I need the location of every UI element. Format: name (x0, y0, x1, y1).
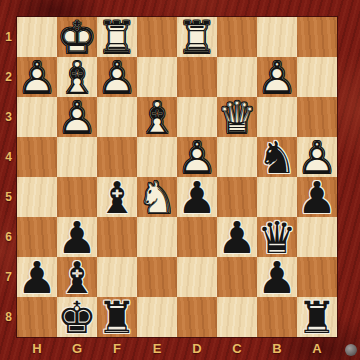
piece-fill: ♜ (97, 18, 137, 58)
square-f2[interactable]: ♟♙ (97, 57, 137, 97)
square-a1[interactable] (297, 17, 337, 57)
square-h4[interactable] (17, 137, 57, 177)
file-label-e: E (137, 337, 177, 360)
square-e1[interactable] (137, 17, 177, 57)
rank-label-6: 6 (0, 217, 17, 257)
board: ♚♔♜♖♜♖♟♙♝♗♟♙♟♙♟♙♝♗♛♕♟♙♞♟♙♝♞♘♟♟♟♟♛♟♝♟♚♜♜ (17, 17, 337, 337)
white-pawn-piece: ♟♙ (297, 138, 337, 178)
square-e7[interactable] (137, 257, 177, 297)
file-label-g: G (57, 337, 97, 360)
piece-outline: ♖ (177, 18, 217, 58)
square-b8[interactable] (257, 297, 297, 337)
white-pawn-piece: ♟♙ (57, 98, 97, 138)
square-g1[interactable]: ♚♔ (57, 17, 97, 57)
file-label-d: D (177, 337, 217, 360)
piece-fill: ♚ (57, 18, 97, 58)
piece-outline: ♖ (97, 18, 137, 58)
piece-fill: ♟ (97, 58, 137, 98)
piece-fill: ♝ (137, 98, 177, 138)
rank-label-5: 5 (0, 177, 17, 217)
piece-outline: ♙ (97, 58, 137, 98)
white-bishop-piece: ♝♗ (137, 98, 177, 138)
square-d2[interactable] (177, 57, 217, 97)
white-pawn-piece: ♟♙ (17, 58, 57, 98)
piece-fill: ♟ (257, 58, 297, 98)
black-knight-piece: ♞ (257, 138, 297, 178)
square-b4[interactable]: ♞ (257, 137, 297, 177)
square-f5[interactable]: ♝ (97, 177, 137, 217)
square-e5[interactable]: ♞♘ (137, 177, 177, 217)
square-c1[interactable] (217, 17, 257, 57)
square-g3[interactable]: ♟♙ (57, 97, 97, 137)
square-f6[interactable] (97, 217, 137, 257)
piece-fill: ♟ (297, 138, 337, 178)
square-d8[interactable] (177, 297, 217, 337)
black-pawn-piece: ♟ (217, 218, 257, 258)
piece-outline: ♙ (17, 58, 57, 98)
piece-fill: ♛ (217, 98, 257, 138)
square-a5[interactable]: ♟ (297, 177, 337, 217)
square-c7[interactable] (217, 257, 257, 297)
black-bishop-piece: ♝ (97, 178, 137, 218)
corner-dot-icon (345, 344, 357, 356)
white-bishop-piece: ♝♗ (57, 58, 97, 98)
piece-fill: ♞ (137, 178, 177, 218)
file-label-c: C (217, 337, 257, 360)
square-g6[interactable]: ♟ (57, 217, 97, 257)
square-b7[interactable]: ♟ (257, 257, 297, 297)
square-h3[interactable] (17, 97, 57, 137)
square-c4[interactable] (217, 137, 257, 177)
chess-board-frame: 12345678 ♚♔♜♖♜♖♟♙♝♗♟♙♟♙♟♙♝♗♛♕♟♙♞♟♙♝♞♘♟♟♟… (0, 0, 360, 360)
square-d3[interactable] (177, 97, 217, 137)
square-h6[interactable] (17, 217, 57, 257)
square-c6[interactable]: ♟ (217, 217, 257, 257)
black-king-piece: ♚ (57, 298, 97, 338)
rank-label-2: 2 (0, 57, 17, 97)
square-f7[interactable] (97, 257, 137, 297)
square-h7[interactable]: ♟ (17, 257, 57, 297)
square-f3[interactable] (97, 97, 137, 137)
square-a6[interactable] (297, 217, 337, 257)
square-e8[interactable] (137, 297, 177, 337)
square-e4[interactable] (137, 137, 177, 177)
black-bishop-piece: ♝ (57, 258, 97, 298)
square-b6[interactable]: ♛ (257, 217, 297, 257)
square-c2[interactable] (217, 57, 257, 97)
square-h1[interactable] (17, 17, 57, 57)
piece-outline: ♗ (137, 98, 177, 138)
rank-label-4: 4 (0, 137, 17, 177)
white-rook-piece: ♜♖ (177, 18, 217, 58)
piece-outline: ♙ (297, 138, 337, 178)
rank-label-8: 8 (0, 297, 17, 337)
piece-fill: ♝ (57, 58, 97, 98)
white-queen-piece: ♛♕ (217, 98, 257, 138)
white-pawn-piece: ♟♙ (257, 58, 297, 98)
square-g2[interactable]: ♝♗ (57, 57, 97, 97)
rank-label-1: 1 (0, 17, 17, 57)
black-pawn-piece: ♟ (257, 258, 297, 298)
rank-label-3: 3 (0, 97, 17, 137)
file-label-a: A (297, 337, 337, 360)
square-h2[interactable]: ♟♙ (17, 57, 57, 97)
rank-label-7: 7 (0, 257, 17, 297)
square-g4[interactable] (57, 137, 97, 177)
square-e2[interactable] (137, 57, 177, 97)
piece-outline: ♙ (57, 98, 97, 138)
square-g5[interactable] (57, 177, 97, 217)
rank-labels: 12345678 (0, 17, 17, 337)
piece-outline: ♗ (57, 58, 97, 98)
white-knight-piece: ♞♘ (137, 178, 177, 218)
square-g8[interactable]: ♚ (57, 297, 97, 337)
black-rook-piece: ♜ (297, 298, 337, 338)
piece-outline: ♙ (177, 138, 217, 178)
file-label-b: B (257, 337, 297, 360)
square-f4[interactable] (97, 137, 137, 177)
piece-outline: ♔ (57, 18, 97, 58)
file-label-h: H (17, 337, 57, 360)
piece-fill: ♟ (57, 98, 97, 138)
square-a3[interactable] (297, 97, 337, 137)
square-b5[interactable] (257, 177, 297, 217)
black-pawn-piece: ♟ (17, 258, 57, 298)
piece-fill: ♟ (177, 138, 217, 178)
black-pawn-piece: ♟ (177, 178, 217, 218)
piece-fill: ♜ (177, 18, 217, 58)
square-b2[interactable]: ♟♙ (257, 57, 297, 97)
square-e6[interactable] (137, 217, 177, 257)
square-d7[interactable] (177, 257, 217, 297)
piece-outline: ♘ (137, 178, 177, 218)
square-g7[interactable]: ♝ (57, 257, 97, 297)
white-rook-piece: ♜♖ (97, 18, 137, 58)
black-pawn-piece: ♟ (57, 218, 97, 258)
file-label-f: F (97, 337, 137, 360)
square-a4[interactable]: ♟♙ (297, 137, 337, 177)
square-b1[interactable] (257, 17, 297, 57)
black-pawn-piece: ♟ (297, 178, 337, 218)
square-a7[interactable] (297, 257, 337, 297)
piece-fill: ♟ (17, 58, 57, 98)
piece-outline: ♕ (217, 98, 257, 138)
white-pawn-piece: ♟♙ (97, 58, 137, 98)
square-a8[interactable]: ♜ (297, 297, 337, 337)
square-d4[interactable]: ♟♙ (177, 137, 217, 177)
square-e3[interactable]: ♝♗ (137, 97, 177, 137)
square-c8[interactable] (217, 297, 257, 337)
piece-outline: ♙ (257, 58, 297, 98)
white-pawn-piece: ♟♙ (177, 138, 217, 178)
file-labels: HGFEDCBA (17, 337, 337, 360)
black-rook-piece: ♜ (97, 298, 137, 338)
square-h8[interactable] (17, 297, 57, 337)
square-f1[interactable]: ♜♖ (97, 17, 137, 57)
square-d1[interactable]: ♜♖ (177, 17, 217, 57)
square-c3[interactable]: ♛♕ (217, 97, 257, 137)
square-a2[interactable] (297, 57, 337, 97)
square-h5[interactable] (17, 177, 57, 217)
square-d6[interactable] (177, 217, 217, 257)
black-queen-piece: ♛ (257, 218, 297, 258)
white-king-piece: ♚♔ (57, 18, 97, 58)
square-d5[interactable]: ♟ (177, 177, 217, 217)
square-f8[interactable]: ♜ (97, 297, 137, 337)
square-b3[interactable] (257, 97, 297, 137)
square-c5[interactable] (217, 177, 257, 217)
